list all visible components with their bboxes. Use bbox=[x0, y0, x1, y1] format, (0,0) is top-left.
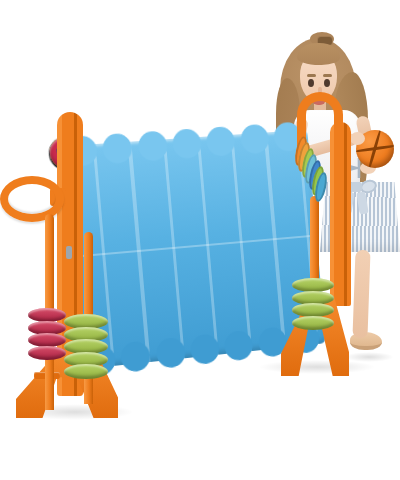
red-toss-ring bbox=[28, 308, 66, 322]
ring-stack-green bbox=[64, 314, 108, 386]
ring-stack-red bbox=[28, 308, 66, 370]
green-toss-ring bbox=[292, 316, 334, 330]
hanging-rings bbox=[296, 136, 340, 206]
red-toss-ring bbox=[28, 346, 66, 360]
child-leg bbox=[352, 250, 370, 338]
green-toss-ring bbox=[64, 364, 108, 379]
child-fringe bbox=[297, 43, 340, 65]
child-eyebrow bbox=[307, 74, 316, 77]
green-toss-ring bbox=[292, 278, 334, 292]
green-toss-ring bbox=[292, 303, 334, 317]
child-hand bbox=[350, 132, 365, 145]
product-photo-stage bbox=[0, 0, 400, 480]
child-eye bbox=[324, 79, 330, 87]
child-eyebrow bbox=[323, 74, 332, 77]
child-eye bbox=[308, 79, 314, 87]
ring-stack-green bbox=[292, 278, 334, 340]
red-toss-ring bbox=[28, 333, 66, 347]
metal-latch bbox=[66, 246, 72, 259]
basketball-hoop bbox=[0, 176, 64, 222]
skirt-bow-knot bbox=[350, 182, 362, 192]
